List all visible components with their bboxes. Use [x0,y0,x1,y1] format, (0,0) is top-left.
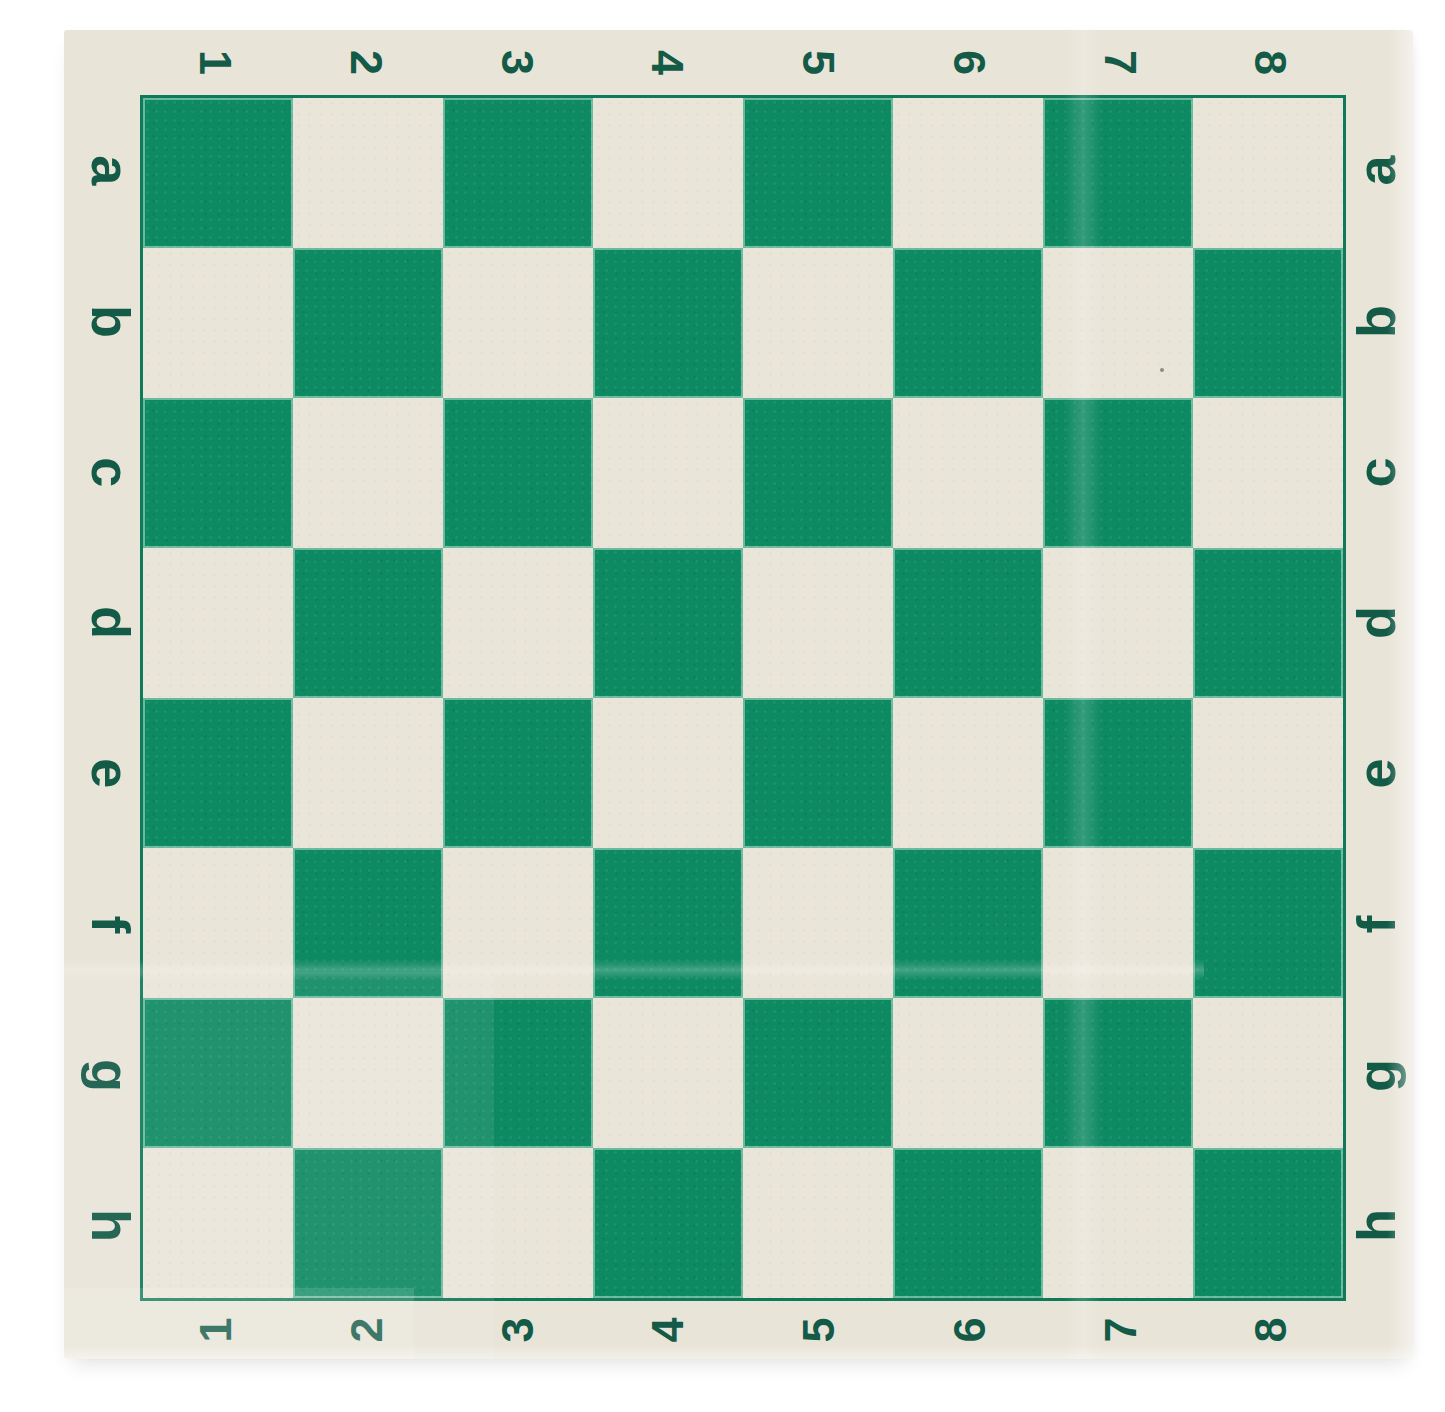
square-h5[interactable] [743,1148,893,1298]
square-h4[interactable] [593,1148,743,1298]
square-c8[interactable] [1193,398,1343,548]
square-a5[interactable] [743,98,893,248]
square-c6[interactable] [893,398,1043,548]
square-g2[interactable] [293,998,443,1148]
square-e8[interactable] [1193,698,1343,848]
square-f5[interactable] [743,848,893,998]
square-e7[interactable] [1043,698,1193,848]
square-e4[interactable] [593,698,743,848]
square-h3[interactable] [443,1148,593,1298]
square-d8[interactable] [1193,548,1343,698]
square-a4[interactable] [593,98,743,248]
square-d3[interactable] [443,548,593,698]
square-h8[interactable] [1193,1148,1343,1298]
square-g1[interactable] [143,998,293,1148]
rank-labels-bottom: 12345678 [140,1301,1346,1359]
square-c1[interactable] [143,398,293,548]
square-b7[interactable] [1043,248,1193,398]
file-labels-right: abcdefgh [1346,95,1406,1301]
square-f4[interactable] [593,848,743,998]
photo-background: 12345678 12345678 abcdefgh abcdefgh [0,0,1445,1412]
square-d5[interactable] [743,548,893,698]
square-c3[interactable] [443,398,593,548]
square-a1[interactable] [143,98,293,248]
square-g5[interactable] [743,998,893,1148]
square-c5[interactable] [743,398,893,548]
square-d4[interactable] [593,548,743,698]
square-g3[interactable] [443,998,593,1148]
square-e2[interactable] [293,698,443,848]
square-g7[interactable] [1043,998,1193,1148]
chess-board-mat: 12345678 12345678 abcdefgh abcdefgh [64,30,1413,1359]
square-c7[interactable] [1043,398,1193,548]
square-a8[interactable] [1193,98,1343,248]
square-e1[interactable] [143,698,293,848]
square-f8[interactable] [1193,848,1343,998]
square-e6[interactable] [893,698,1043,848]
chess-board-grid [140,95,1346,1301]
square-f7[interactable] [1043,848,1193,998]
square-b3[interactable] [443,248,593,398]
square-h2[interactable] [293,1148,443,1298]
square-g8[interactable] [1193,998,1343,1148]
square-a7[interactable] [1043,98,1193,248]
square-d2[interactable] [293,548,443,698]
square-a3[interactable] [443,98,593,248]
square-b1[interactable] [143,248,293,398]
square-d7[interactable] [1043,548,1193,698]
square-b4[interactable] [593,248,743,398]
square-b2[interactable] [293,248,443,398]
square-h6[interactable] [893,1148,1043,1298]
square-d1[interactable] [143,548,293,698]
square-h1[interactable] [143,1148,293,1298]
square-a2[interactable] [293,98,443,248]
square-b6[interactable] [893,248,1043,398]
square-g6[interactable] [893,998,1043,1148]
square-e5[interactable] [743,698,893,848]
file-labels-left: abcdefgh [64,95,140,1301]
rank-labels-top: 12345678 [140,30,1346,95]
square-g4[interactable] [593,998,743,1148]
square-b8[interactable] [1193,248,1343,398]
square-c4[interactable] [593,398,743,548]
square-f6[interactable] [893,848,1043,998]
square-f3[interactable] [443,848,593,998]
square-h7[interactable] [1043,1148,1193,1298]
square-c2[interactable] [293,398,443,548]
square-a6[interactable] [893,98,1043,248]
square-e3[interactable] [443,698,593,848]
square-f1[interactable] [143,848,293,998]
square-b5[interactable] [743,248,893,398]
square-f2[interactable] [293,848,443,998]
square-d6[interactable] [893,548,1043,698]
